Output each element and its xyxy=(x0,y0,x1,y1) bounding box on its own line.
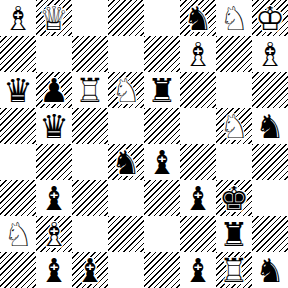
square-c3[interactable] xyxy=(72,180,108,216)
square-a5[interactable] xyxy=(0,108,36,144)
piece-white-knight: ♘ xyxy=(0,216,36,252)
square-b4[interactable] xyxy=(36,144,72,180)
square-e7[interactable] xyxy=(144,36,180,72)
piece-black-queen: ♛ xyxy=(0,72,36,108)
piece-white-rook: ♖ xyxy=(72,72,108,108)
square-g6[interactable] xyxy=(216,72,252,108)
piece-white-rook: ♖ xyxy=(216,252,252,288)
square-a8[interactable]: ♝♗ xyxy=(0,0,36,36)
square-h5[interactable]: ♞♞ xyxy=(252,108,288,144)
square-e1[interactable] xyxy=(144,252,180,288)
square-a1[interactable] xyxy=(0,252,36,288)
square-h1[interactable]: ♞♞ xyxy=(252,252,288,288)
piece-white-bishop: ♗ xyxy=(180,36,216,72)
square-e4[interactable]: ♝♝ xyxy=(144,144,180,180)
square-a2[interactable]: ♞♘ xyxy=(0,216,36,252)
piece-white-knight: ♘ xyxy=(108,72,144,108)
square-b1[interactable]: ♝♝ xyxy=(36,252,72,288)
square-b8[interactable]: ♛♕ xyxy=(36,0,72,36)
piece-black-bishop: ♝ xyxy=(144,144,180,180)
square-d6[interactable]: ♞♘ xyxy=(108,72,144,108)
square-c4[interactable] xyxy=(72,144,108,180)
square-h4[interactable] xyxy=(252,144,288,180)
square-d2[interactable] xyxy=(108,216,144,252)
square-f7[interactable]: ♝♗ xyxy=(180,36,216,72)
piece-black-knight: ♞ xyxy=(180,0,216,36)
square-f1[interactable]: ♝♝ xyxy=(180,252,216,288)
square-f3[interactable]: ♝♝ xyxy=(180,180,216,216)
piece-white-knight: ♘ xyxy=(216,108,252,144)
square-g4[interactable] xyxy=(216,144,252,180)
square-d1[interactable] xyxy=(108,252,144,288)
square-g1[interactable]: ♜♖ xyxy=(216,252,252,288)
piece-white-queen: ♕ xyxy=(36,0,72,36)
square-e8[interactable] xyxy=(144,0,180,36)
square-h7[interactable]: ♝♗ xyxy=(252,36,288,72)
square-f2[interactable] xyxy=(180,216,216,252)
piece-black-rook: ♜ xyxy=(144,72,180,108)
square-b5[interactable]: ♛♛ xyxy=(36,108,72,144)
square-c6[interactable]: ♜♖ xyxy=(72,72,108,108)
piece-black-pawn: ♟ xyxy=(36,72,72,108)
square-e2[interactable] xyxy=(144,216,180,252)
square-h6[interactable] xyxy=(252,72,288,108)
square-d7[interactable] xyxy=(108,36,144,72)
square-h2[interactable] xyxy=(252,216,288,252)
square-d3[interactable] xyxy=(108,180,144,216)
square-d4[interactable]: ♞♞ xyxy=(108,144,144,180)
piece-black-bishop: ♝ xyxy=(36,252,72,288)
piece-black-bishop: ♝ xyxy=(180,252,216,288)
piece-black-bishop: ♝ xyxy=(36,180,72,216)
square-c7[interactable] xyxy=(72,36,108,72)
piece-white-king: ♔ xyxy=(252,0,288,36)
square-a4[interactable] xyxy=(0,144,36,180)
piece-black-knight: ♞ xyxy=(252,108,288,144)
square-c5[interactable] xyxy=(72,108,108,144)
square-e6[interactable]: ♜♜ xyxy=(144,72,180,108)
piece-black-bishop: ♝ xyxy=(180,180,216,216)
square-b2[interactable]: ♝♗ xyxy=(36,216,72,252)
square-b7[interactable] xyxy=(36,36,72,72)
piece-black-queen: ♛ xyxy=(36,108,72,144)
square-c8[interactable] xyxy=(72,0,108,36)
square-c2[interactable] xyxy=(72,216,108,252)
piece-white-knight: ♘ xyxy=(216,0,252,36)
square-e3[interactable] xyxy=(144,180,180,216)
piece-white-bishop: ♗ xyxy=(0,0,36,36)
piece-black-knight: ♞ xyxy=(252,252,288,288)
chess-board: ♝♗♛♕♞♞♞♘♚♔♝♗♝♗♛♛♟♟♜♖♞♘♜♜♛♛♞♘♞♞♞♞♝♝♝♝♝♝♚♚… xyxy=(0,0,288,288)
piece-black-king: ♚ xyxy=(216,180,252,216)
square-g3[interactable]: ♚♚ xyxy=(216,180,252,216)
piece-white-bishop: ♗ xyxy=(252,36,288,72)
square-h3[interactable] xyxy=(252,180,288,216)
square-b6[interactable]: ♟♟ xyxy=(36,72,72,108)
square-g5[interactable]: ♞♘ xyxy=(216,108,252,144)
square-g2[interactable]: ♜♜ xyxy=(216,216,252,252)
piece-white-bishop: ♗ xyxy=(36,216,72,252)
piece-black-bishop: ♝ xyxy=(72,252,108,288)
square-f4[interactable] xyxy=(180,144,216,180)
square-b3[interactable]: ♝♝ xyxy=(36,180,72,216)
piece-black-knight: ♞ xyxy=(108,144,144,180)
square-a7[interactable] xyxy=(0,36,36,72)
square-e5[interactable] xyxy=(144,108,180,144)
square-d8[interactable] xyxy=(108,0,144,36)
square-a6[interactable]: ♛♛ xyxy=(0,72,36,108)
square-d5[interactable] xyxy=(108,108,144,144)
square-c1[interactable]: ♝♝ xyxy=(72,252,108,288)
square-a3[interactable] xyxy=(0,180,36,216)
square-f6[interactable] xyxy=(180,72,216,108)
square-h8[interactable]: ♚♔ xyxy=(252,0,288,36)
square-f8[interactable]: ♞♞ xyxy=(180,0,216,36)
square-g7[interactable] xyxy=(216,36,252,72)
square-g8[interactable]: ♞♘ xyxy=(216,0,252,36)
piece-black-rook: ♜ xyxy=(216,216,252,252)
square-f5[interactable] xyxy=(180,108,216,144)
